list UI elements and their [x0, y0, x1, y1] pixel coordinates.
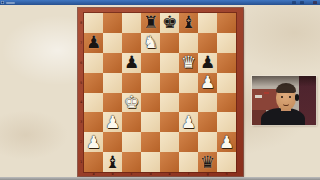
- square-e5[interactable]: [160, 73, 179, 93]
- black-rook[interactable]: ♜: [143, 13, 158, 32]
- square-g6[interactable]: ♟: [198, 53, 217, 73]
- square-a1[interactable]: [84, 152, 103, 172]
- black-pawn[interactable]: ♟: [124, 53, 139, 72]
- square-h6[interactable]: [217, 53, 236, 73]
- square-g7[interactable]: [198, 33, 217, 53]
- file-label-b: b: [103, 172, 122, 176]
- square-g8[interactable]: [198, 13, 217, 33]
- square-h2[interactable]: ♟: [217, 132, 236, 152]
- white-pawn[interactable]: ♟: [219, 133, 234, 152]
- white-pawn[interactable]: ♟: [86, 133, 101, 152]
- square-f4[interactable]: [179, 93, 198, 113]
- board-grid: ♜♚♝♟♞♟♛♟♟♚♟♟♟♟♝♛: [84, 13, 236, 172]
- window-titlebar: [0, 0, 320, 5]
- square-d7[interactable]: ♞: [141, 33, 160, 53]
- square-c2[interactable]: [122, 132, 141, 152]
- square-e2[interactable]: [160, 132, 179, 152]
- webcam-vignette: [252, 76, 316, 125]
- file-label-g: g: [198, 172, 217, 176]
- square-c6[interactable]: ♟: [122, 53, 141, 73]
- square-h3[interactable]: [217, 112, 236, 132]
- square-b1[interactable]: ♝: [103, 152, 122, 172]
- square-a3[interactable]: [84, 112, 103, 132]
- square-f8[interactable]: ♝: [179, 13, 198, 33]
- square-f1[interactable]: [179, 152, 198, 172]
- square-d3[interactable]: [141, 112, 160, 132]
- square-a4[interactable]: [84, 93, 103, 113]
- square-e6[interactable]: [160, 53, 179, 73]
- square-f3[interactable]: ♟: [179, 112, 198, 132]
- white-pawn[interactable]: ♟: [200, 73, 215, 92]
- square-g3[interactable]: [198, 112, 217, 132]
- square-b8[interactable]: [103, 13, 122, 33]
- white-king[interactable]: ♚: [124, 93, 139, 112]
- file-label-a: a: [84, 172, 103, 176]
- square-d6[interactable]: [141, 53, 160, 73]
- square-e7[interactable]: [160, 33, 179, 53]
- chess-board: 87654321 abcdefgh ♜♚♝♟♞♟♛♟♟♚♟♟♟♟♝♛: [78, 8, 243, 176]
- black-bishop[interactable]: ♝: [105, 153, 120, 172]
- square-f7[interactable]: [179, 33, 198, 53]
- square-h7[interactable]: [217, 33, 236, 53]
- black-king[interactable]: ♚: [162, 13, 177, 32]
- square-a7[interactable]: ♟: [84, 33, 103, 53]
- square-c8[interactable]: [122, 13, 141, 33]
- square-a2[interactable]: ♟: [84, 132, 103, 152]
- white-queen[interactable]: ♛: [181, 53, 196, 72]
- white-knight[interactable]: ♞: [143, 33, 158, 52]
- black-pawn[interactable]: ♟: [86, 33, 101, 52]
- minimize-button[interactable]: [292, 1, 296, 4]
- square-c7[interactable]: [122, 33, 141, 53]
- bottom-edge-strip: [0, 177, 320, 180]
- square-f5[interactable]: [179, 73, 198, 93]
- square-b3[interactable]: ♟: [103, 112, 122, 132]
- file-label-h: h: [217, 172, 236, 176]
- file-label-c: c: [122, 172, 141, 176]
- square-b6[interactable]: [103, 53, 122, 73]
- square-d2[interactable]: [141, 132, 160, 152]
- square-b2[interactable]: [103, 132, 122, 152]
- square-g5[interactable]: ♟: [198, 73, 217, 93]
- square-c3[interactable]: [122, 112, 141, 132]
- black-pawn[interactable]: ♟: [200, 53, 215, 72]
- square-h4[interactable]: [217, 93, 236, 113]
- file-label-f: f: [179, 172, 198, 176]
- square-h5[interactable]: [217, 73, 236, 93]
- square-c4[interactable]: ♚: [122, 93, 141, 113]
- square-f2[interactable]: [179, 132, 198, 152]
- white-pawn[interactable]: ♟: [105, 113, 120, 132]
- square-g4[interactable]: [198, 93, 217, 113]
- square-e4[interactable]: [160, 93, 179, 113]
- square-f6[interactable]: ♛: [179, 53, 198, 73]
- window-title: [6, 2, 15, 4]
- square-g1[interactable]: ♛: [198, 152, 217, 172]
- app-icon: [1, 1, 4, 4]
- webcam-overlay: [252, 76, 316, 125]
- square-h8[interactable]: [217, 13, 236, 33]
- square-e3[interactable]: [160, 112, 179, 132]
- square-a6[interactable]: [84, 53, 103, 73]
- black-queen[interactable]: ♛: [200, 153, 215, 172]
- file-labels: abcdefgh: [84, 172, 236, 176]
- square-d4[interactable]: [141, 93, 160, 113]
- file-label-d: d: [141, 172, 160, 176]
- square-g2[interactable]: [198, 132, 217, 152]
- white-pawn[interactable]: ♟: [181, 113, 196, 132]
- square-d5[interactable]: [141, 73, 160, 93]
- close-button[interactable]: [313, 1, 317, 4]
- square-d1[interactable]: [141, 152, 160, 172]
- square-b7[interactable]: [103, 33, 122, 53]
- square-a5[interactable]: [84, 73, 103, 93]
- square-h1[interactable]: [217, 152, 236, 172]
- black-bishop[interactable]: ♝: [181, 13, 196, 32]
- video-frame: 87654321 abcdefgh ♜♚♝♟♞♟♛♟♟♚♟♟♟♟♝♛: [0, 0, 320, 180]
- square-b4[interactable]: [103, 93, 122, 113]
- square-c5[interactable]: [122, 73, 141, 93]
- square-e8[interactable]: ♚: [160, 13, 179, 33]
- maximize-button[interactable]: [300, 1, 304, 4]
- square-d8[interactable]: ♜: [141, 13, 160, 33]
- square-c1[interactable]: [122, 152, 141, 172]
- square-a8[interactable]: [84, 13, 103, 33]
- square-e1[interactable]: [160, 152, 179, 172]
- square-b5[interactable]: [103, 73, 122, 93]
- file-label-e: e: [160, 172, 179, 176]
